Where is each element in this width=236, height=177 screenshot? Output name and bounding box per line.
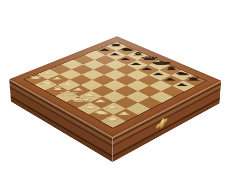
square-g3[interactable] (114, 97, 138, 109)
square-f1[interactable] (77, 102, 101, 114)
square-f3[interactable] (102, 91, 126, 103)
square-e1[interactable] (66, 96, 90, 108)
piece-black-pawn-c7[interactable]: ♟ (118, 58, 133, 61)
square-h6[interactable] (161, 86, 184, 97)
piece-black-pawn-g7[interactable]: ♟ (162, 78, 178, 82)
square-g1[interactable] (89, 108, 114, 121)
piece-black-pawn-b7[interactable]: ♟ (107, 53, 122, 56)
chess-board (9, 36, 221, 137)
square-d3[interactable] (80, 80, 103, 91)
square-g4[interactable] (126, 91, 150, 103)
chess-box: ♜♞♝♛♚♝♞♜♟♟♟♟♟♟♟♟♟♟♟♟♟♟♟♟♜♞♝♛♚♝♞♜ (9, 36, 221, 137)
square-g5[interactable] (138, 86, 161, 97)
square-f2[interactable] (90, 96, 114, 108)
piece-black-pawn-a7[interactable]: ♟ (97, 48, 112, 51)
piece-black-pawn-d7[interactable]: ♟ (128, 62, 143, 65)
square-f4[interactable] (115, 85, 138, 96)
square-g2[interactable] (102, 102, 126, 114)
square-h2[interactable] (113, 109, 138, 122)
piece-black-pawn-e7[interactable]: ♟ (139, 67, 155, 70)
square-h1[interactable] (101, 115, 126, 128)
chess-set-scene: ♜♞♝♛♚♝♞♜♟♟♟♟♟♟♟♟♟♟♟♟♟♟♟♟♜♞♝♛♚♝♞♜ (0, 0, 236, 177)
piece-black-pawn-f7[interactable]: ♟ (150, 72, 166, 75)
square-e2[interactable] (79, 91, 103, 103)
square-d1[interactable] (55, 91, 79, 103)
square-h3[interactable] (126, 103, 150, 115)
square-h4[interactable] (138, 97, 162, 109)
square-e3[interactable] (91, 85, 114, 96)
square-h5[interactable] (150, 91, 174, 103)
product-photo: ♜♞♝♛♚♝♞♜♟♟♟♟♟♟♟♟♟♟♟♟♟♟♟♟♜♞♝♛♚♝♞♜ (0, 0, 236, 177)
brass-latch-icon (156, 116, 167, 131)
piece-black-knight-g8[interactable]: ♞ (172, 71, 189, 76)
piece-black-rook-h8[interactable]: ♜ (184, 77, 201, 81)
square-f5[interactable] (126, 80, 149, 91)
square-e4[interactable] (103, 80, 126, 91)
square-g6[interactable] (149, 80, 172, 91)
